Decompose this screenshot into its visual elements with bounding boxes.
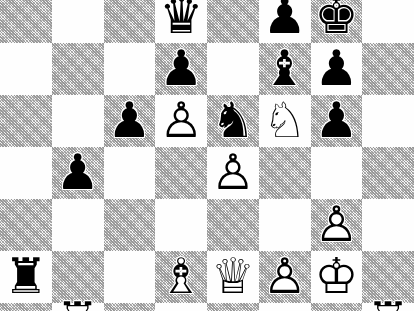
square-a6[interactable] [0,43,52,95]
white-pawn-outline: ♙ [207,147,259,199]
black-knight[interactable]: ♞ [207,95,259,147]
white-rook-outline: ♖ [362,295,414,311]
square-f4[interactable] [259,147,311,199]
black-bishop-glyph: ♝ [259,43,311,95]
square-h1[interactable]: ♜♖ [362,303,414,311]
white-rook-outline: ♖ [52,295,104,311]
black-pawn-glyph: ♟ [259,0,311,43]
black-knight-glyph: ♞ [207,95,259,147]
square-c4[interactable] [104,147,156,199]
black-pawn[interactable]: ♟ [52,147,104,199]
square-c1[interactable] [104,303,156,311]
black-pawn[interactable]: ♟ [311,43,363,95]
black-pawn[interactable]: ♟ [104,95,156,147]
square-g7[interactable]: ♚ [311,0,363,43]
square-a7[interactable] [0,0,52,43]
square-h4[interactable] [362,147,414,199]
chess-board-viewport: ♛♟♚♟♝♟♟♟♙♞♞♘♟♟♟♙♟♙♜♝♗♛♕♟♙♚♔♜♖♜♖ [0,0,414,311]
black-king-glyph: ♚ [311,0,363,43]
white-queen[interactable]: ♛♕ [207,251,259,303]
white-knight-outline: ♘ [259,95,311,147]
square-g4[interactable] [311,147,363,199]
black-bishop[interactable]: ♝ [259,43,311,95]
square-d1[interactable] [155,303,207,311]
square-c2[interactable] [104,251,156,303]
white-king[interactable]: ♚♔ [311,251,363,303]
square-f6[interactable]: ♝ [259,43,311,95]
square-a2[interactable]: ♜ [0,251,52,303]
square-h6[interactable] [362,43,414,95]
square-b3[interactable] [52,199,104,251]
black-queen-glyph: ♛ [155,0,207,43]
square-f5[interactable]: ♞♘ [259,95,311,147]
square-b6[interactable] [52,43,104,95]
square-a1[interactable] [0,303,52,311]
square-e7[interactable] [207,0,259,43]
square-c7[interactable] [104,0,156,43]
square-a4[interactable] [0,147,52,199]
square-c5[interactable]: ♟ [104,95,156,147]
square-b1[interactable]: ♜♖ [52,303,104,311]
white-pawn-outline: ♙ [155,95,207,147]
square-c3[interactable] [104,199,156,251]
white-queen-outline: ♕ [207,251,259,303]
square-g3[interactable]: ♟♙ [311,199,363,251]
square-c6[interactable] [104,43,156,95]
white-bishop[interactable]: ♝♗ [155,251,207,303]
square-e5[interactable]: ♞ [207,95,259,147]
square-g2[interactable]: ♚♔ [311,251,363,303]
square-b5[interactable] [52,95,104,147]
white-pawn[interactable]: ♟♙ [155,95,207,147]
square-f1[interactable] [259,303,311,311]
black-pawn[interactable]: ♟ [155,43,207,95]
square-e4[interactable]: ♟♙ [207,147,259,199]
white-knight[interactable]: ♞♘ [259,95,311,147]
white-pawn-outline: ♙ [259,251,311,303]
chess-board: ♛♟♚♟♝♟♟♟♙♞♞♘♟♟♟♙♟♙♜♝♗♛♕♟♙♚♔♜♖♜♖ [0,0,414,311]
square-d7[interactable]: ♛ [155,0,207,43]
square-b4[interactable]: ♟ [52,147,104,199]
white-bishop-outline: ♗ [155,251,207,303]
square-g5[interactable]: ♟ [311,95,363,147]
square-d5[interactable]: ♟♙ [155,95,207,147]
square-b7[interactable] [52,0,104,43]
square-a3[interactable] [0,199,52,251]
white-king-outline: ♔ [311,251,363,303]
black-pawn-glyph: ♟ [311,43,363,95]
white-rook[interactable]: ♜♖ [52,295,104,311]
square-e3[interactable] [207,199,259,251]
square-d6[interactable]: ♟ [155,43,207,95]
black-pawn-glyph: ♟ [104,95,156,147]
square-d3[interactable] [155,199,207,251]
square-h3[interactable] [362,199,414,251]
white-rook[interactable]: ♜♖ [362,295,414,311]
black-pawn[interactable]: ♟ [311,95,363,147]
square-h5[interactable] [362,95,414,147]
black-king[interactable]: ♚ [311,0,363,43]
square-h7[interactable] [362,0,414,43]
square-f2[interactable]: ♟♙ [259,251,311,303]
square-e1[interactable] [207,303,259,311]
square-d2[interactable]: ♝♗ [155,251,207,303]
square-f3[interactable] [259,199,311,251]
black-pawn[interactable]: ♟ [259,0,311,43]
square-a5[interactable] [0,95,52,147]
white-pawn[interactable]: ♟♙ [207,147,259,199]
black-rook-glyph: ♜ [0,251,52,303]
white-pawn[interactable]: ♟♙ [259,251,311,303]
white-pawn-outline: ♙ [311,199,363,251]
square-g1[interactable] [311,303,363,311]
white-pawn[interactable]: ♟♙ [311,199,363,251]
black-pawn-glyph: ♟ [311,95,363,147]
square-e2[interactable]: ♛♕ [207,251,259,303]
black-queen[interactable]: ♛ [155,0,207,43]
square-d4[interactable] [155,147,207,199]
black-rook[interactable]: ♜ [0,251,52,303]
black-pawn-glyph: ♟ [155,43,207,95]
square-g6[interactable]: ♟ [311,43,363,95]
black-pawn-glyph: ♟ [52,147,104,199]
square-e6[interactable] [207,43,259,95]
square-f7[interactable]: ♟ [259,0,311,43]
